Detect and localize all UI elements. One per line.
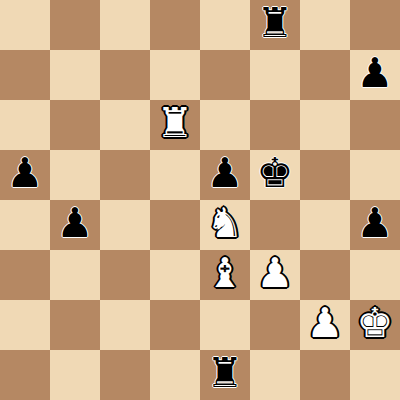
square-c2[interactable] — [100, 300, 150, 350]
square-a4[interactable] — [0, 200, 50, 250]
square-g8[interactable] — [300, 0, 350, 50]
piece-black-pawn[interactable]: ♟ — [7, 148, 44, 198]
square-d4[interactable] — [150, 200, 200, 250]
piece-black-king[interactable]: ♚ — [257, 148, 294, 198]
square-d6[interactable]: ♜ — [150, 100, 200, 150]
square-g4[interactable] — [300, 200, 350, 250]
square-f3[interactable]: ♟ — [250, 250, 300, 300]
square-a8[interactable] — [0, 0, 50, 50]
piece-white-bishop[interactable]: ♝ — [207, 248, 244, 298]
square-g5[interactable] — [300, 150, 350, 200]
square-a5[interactable]: ♟ — [0, 150, 50, 200]
square-b6[interactable] — [50, 100, 100, 150]
square-a3[interactable] — [0, 250, 50, 300]
square-e7[interactable] — [200, 50, 250, 100]
square-e3[interactable]: ♝ — [200, 250, 250, 300]
square-h5[interactable] — [350, 150, 400, 200]
square-e5[interactable]: ♟ — [200, 150, 250, 200]
piece-black-rook[interactable]: ♜ — [207, 348, 244, 398]
square-c8[interactable] — [100, 0, 150, 50]
square-g1[interactable] — [300, 350, 350, 400]
square-g2[interactable]: ♟ — [300, 300, 350, 350]
square-e6[interactable] — [200, 100, 250, 150]
square-b1[interactable] — [50, 350, 100, 400]
piece-white-pawn[interactable]: ♟ — [257, 248, 294, 298]
square-f5[interactable]: ♚ — [250, 150, 300, 200]
square-a7[interactable] — [0, 50, 50, 100]
square-c6[interactable] — [100, 100, 150, 150]
square-f4[interactable] — [250, 200, 300, 250]
square-h7[interactable]: ♟ — [350, 50, 400, 100]
chess-board: ♜♟♜♟♟♚♟♞♟♝♟♟♚♜ — [0, 0, 400, 400]
square-e1[interactable]: ♜ — [200, 350, 250, 400]
piece-white-king[interactable]: ♚ — [357, 298, 394, 348]
square-a6[interactable] — [0, 100, 50, 150]
square-d2[interactable] — [150, 300, 200, 350]
square-g7[interactable] — [300, 50, 350, 100]
square-d1[interactable] — [150, 350, 200, 400]
square-h8[interactable] — [350, 0, 400, 50]
piece-white-rook[interactable]: ♜ — [157, 98, 194, 148]
piece-white-knight[interactable]: ♞ — [207, 198, 244, 248]
square-a2[interactable] — [0, 300, 50, 350]
square-c4[interactable] — [100, 200, 150, 250]
square-d8[interactable] — [150, 0, 200, 50]
square-b7[interactable] — [50, 50, 100, 100]
square-c7[interactable] — [100, 50, 150, 100]
square-e4[interactable]: ♞ — [200, 200, 250, 250]
piece-black-pawn[interactable]: ♟ — [357, 48, 394, 98]
piece-white-pawn[interactable]: ♟ — [307, 298, 344, 348]
square-f7[interactable] — [250, 50, 300, 100]
square-b8[interactable] — [50, 0, 100, 50]
square-g3[interactable] — [300, 250, 350, 300]
square-d5[interactable] — [150, 150, 200, 200]
square-e8[interactable] — [200, 0, 250, 50]
square-h3[interactable] — [350, 250, 400, 300]
square-f1[interactable] — [250, 350, 300, 400]
square-d7[interactable] — [150, 50, 200, 100]
square-c5[interactable] — [100, 150, 150, 200]
piece-black-rook[interactable]: ♜ — [257, 0, 294, 48]
square-e2[interactable] — [200, 300, 250, 350]
piece-black-pawn[interactable]: ♟ — [357, 198, 394, 248]
square-f6[interactable] — [250, 100, 300, 150]
square-b4[interactable]: ♟ — [50, 200, 100, 250]
square-h1[interactable] — [350, 350, 400, 400]
piece-black-pawn[interactable]: ♟ — [207, 148, 244, 198]
square-a1[interactable] — [0, 350, 50, 400]
square-h6[interactable] — [350, 100, 400, 150]
square-h4[interactable]: ♟ — [350, 200, 400, 250]
square-c3[interactable] — [100, 250, 150, 300]
square-c1[interactable] — [100, 350, 150, 400]
square-b3[interactable] — [50, 250, 100, 300]
square-f2[interactable] — [250, 300, 300, 350]
square-f8[interactable]: ♜ — [250, 0, 300, 50]
square-d3[interactable] — [150, 250, 200, 300]
piece-black-pawn[interactable]: ♟ — [57, 198, 94, 248]
square-b5[interactable] — [50, 150, 100, 200]
square-g6[interactable] — [300, 100, 350, 150]
square-h2[interactable]: ♚ — [350, 300, 400, 350]
square-b2[interactable] — [50, 300, 100, 350]
